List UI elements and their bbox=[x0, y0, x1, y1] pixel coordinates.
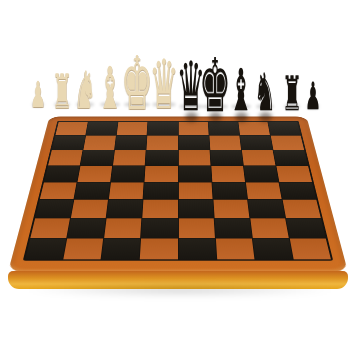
square-r7c4[interactable] bbox=[178, 239, 215, 260]
square-r7c1[interactable] bbox=[63, 239, 103, 260]
black-knight[interactable]: ♞ bbox=[253, 66, 278, 118]
square-r6c7[interactable] bbox=[286, 219, 326, 238]
piece-reflection bbox=[185, 112, 198, 122]
square-r1c7[interactable] bbox=[271, 136, 304, 150]
piece-reflection bbox=[235, 112, 248, 122]
square-r6c0[interactable] bbox=[30, 219, 70, 238]
square-r5c6[interactable] bbox=[248, 200, 285, 218]
square-r5c0[interactable] bbox=[35, 200, 73, 218]
square-r2c6[interactable] bbox=[242, 150, 276, 165]
square-r3c2[interactable] bbox=[111, 166, 145, 182]
square-r2c0[interactable] bbox=[48, 150, 83, 165]
square-r3c5[interactable] bbox=[211, 166, 245, 182]
square-r7c7[interactable] bbox=[290, 239, 331, 260]
white-rook[interactable]: ♜ bbox=[50, 67, 73, 115]
black-bishop[interactable]: ♝ bbox=[227, 61, 255, 119]
square-r4c6[interactable] bbox=[246, 182, 282, 199]
square-r5c7[interactable] bbox=[283, 200, 321, 218]
square-r3c3[interactable] bbox=[145, 166, 178, 182]
square-r3c7[interactable] bbox=[276, 166, 312, 182]
square-r6c1[interactable] bbox=[67, 219, 105, 238]
square-r4c1[interactable] bbox=[74, 182, 110, 199]
square-r4c0[interactable] bbox=[40, 182, 77, 199]
square-r4c4[interactable] bbox=[178, 182, 212, 199]
square-r2c5[interactable] bbox=[210, 150, 243, 165]
white-knight[interactable]: ♞ bbox=[73, 64, 98, 116]
square-r1c2[interactable] bbox=[115, 136, 147, 150]
square-r7c2[interactable] bbox=[102, 239, 141, 260]
square-r7c3[interactable] bbox=[140, 239, 177, 260]
square-r3c6[interactable] bbox=[244, 166, 279, 182]
square-r4c7[interactable] bbox=[279, 182, 316, 199]
square-r2c4[interactable] bbox=[178, 150, 210, 165]
square-r2c1[interactable] bbox=[81, 150, 115, 165]
square-r1c3[interactable] bbox=[147, 136, 178, 150]
square-r5c3[interactable] bbox=[143, 200, 178, 218]
square-r2c2[interactable] bbox=[113, 150, 146, 165]
square-r6c6[interactable] bbox=[250, 219, 288, 238]
chess-set-photo: ♟♜♞♝♚♛♛♚♝♞♜♟ bbox=[0, 0, 360, 360]
square-r6c3[interactable] bbox=[141, 219, 177, 238]
square-r6c2[interactable] bbox=[104, 219, 141, 238]
square-r5c5[interactable] bbox=[213, 200, 249, 218]
piece-reflection bbox=[209, 112, 222, 122]
square-r1c4[interactable] bbox=[178, 136, 209, 150]
square-r0c0[interactable] bbox=[55, 122, 87, 135]
square-r1c1[interactable] bbox=[84, 136, 117, 150]
black-pawn[interactable]: ♟ bbox=[304, 77, 322, 115]
square-r0c1[interactable] bbox=[86, 122, 118, 135]
square-r7c6[interactable] bbox=[253, 239, 293, 260]
chess-board-top bbox=[8, 116, 348, 272]
square-r3c4[interactable] bbox=[178, 166, 211, 182]
square-r5c2[interactable] bbox=[107, 200, 143, 218]
square-r6c4[interactable] bbox=[178, 219, 214, 238]
board-grid bbox=[23, 121, 333, 261]
piece-reflection bbox=[259, 112, 272, 122]
black-rook[interactable]: ♜ bbox=[280, 69, 303, 117]
square-r4c2[interactable] bbox=[109, 182, 144, 199]
square-r0c7[interactable] bbox=[268, 122, 300, 135]
square-r2c3[interactable] bbox=[146, 150, 178, 165]
square-r1c6[interactable] bbox=[240, 136, 273, 150]
square-r7c5[interactable] bbox=[216, 239, 255, 260]
square-r1c0[interactable] bbox=[52, 136, 85, 150]
square-r5c4[interactable] bbox=[178, 200, 213, 218]
square-r4c3[interactable] bbox=[144, 182, 178, 199]
square-r5c1[interactable] bbox=[71, 200, 108, 218]
square-r6c5[interactable] bbox=[214, 219, 251, 238]
square-r3c1[interactable] bbox=[78, 166, 113, 182]
square-r4c5[interactable] bbox=[212, 182, 247, 199]
square-r1c5[interactable] bbox=[209, 136, 241, 150]
board-shadow bbox=[26, 283, 334, 297]
square-r3c0[interactable] bbox=[44, 166, 80, 182]
square-r2c7[interactable] bbox=[273, 150, 308, 165]
square-r7c0[interactable] bbox=[25, 239, 66, 260]
white-pawn[interactable]: ♟ bbox=[29, 77, 46, 113]
